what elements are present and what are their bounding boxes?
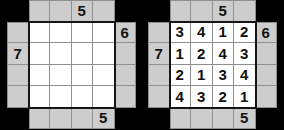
cell-r1-c1[interactable] (29, 22, 51, 44)
corner (256, 108, 278, 130)
cell-r4-c4: 1 (234, 86, 256, 108)
cell-r3-c3: 3 (213, 65, 235, 87)
corner (7, 108, 29, 130)
cell-r4-c3[interactable] (72, 86, 94, 108)
clue-bottom-2 (191, 108, 213, 130)
clue-bottom-1 (170, 108, 192, 130)
cell-r3-c4: 4 (234, 65, 256, 87)
cell-r4-c4[interactable] (93, 86, 115, 108)
clue-right-3 (115, 65, 137, 87)
clue-bottom-3 (213, 108, 235, 130)
cell-r4-c2: 3 (191, 86, 213, 108)
cell-r1-c2: 4 (191, 22, 213, 44)
corner (115, 108, 137, 130)
clue-right-4 (115, 86, 137, 108)
cell-r2-c1[interactable] (29, 43, 51, 65)
cell-r2-c3: 4 (213, 43, 235, 65)
cell-r1-c1: 3 (170, 22, 192, 44)
cell-r2-c3[interactable] (72, 43, 94, 65)
clue-top-2 (50, 0, 72, 22)
cell-r4-c2[interactable] (50, 86, 72, 108)
cell-r1-c3: 1 (213, 22, 235, 44)
cell-r3-c1: 2 (170, 65, 192, 87)
clue-bottom-4: 5 (93, 108, 115, 130)
clue-top-3: 5 (213, 0, 235, 22)
clue-top-4 (93, 0, 115, 22)
clue-left-3 (7, 65, 29, 87)
cell-r2-c4[interactable] (93, 43, 115, 65)
cell-r1-c4[interactable] (93, 22, 115, 44)
clue-left-2: 7 (148, 43, 170, 65)
corner (148, 108, 170, 130)
clue-bottom-4: 5 (234, 108, 256, 130)
cell-r3-c2: 1 (191, 65, 213, 87)
clue-left-2: 7 (7, 43, 29, 65)
clue-left-4 (7, 86, 29, 108)
solution-board: 5 3 4 1 2 6 7 1 2 4 3 2 1 3 4 4 3 2 1 5 (148, 0, 277, 129)
clue-top-4 (234, 0, 256, 22)
cell-r3-c1[interactable] (29, 65, 51, 87)
clue-bottom-1 (29, 108, 51, 130)
cell-r2-c4: 3 (234, 43, 256, 65)
skyscrapers-diagram: 5 6 7 5 (0, 0, 284, 129)
clue-left-3 (148, 65, 170, 87)
cell-r1-c4: 2 (234, 22, 256, 44)
clue-left-1 (148, 22, 170, 44)
clue-bottom-3 (72, 108, 94, 130)
clue-right-1: 6 (115, 22, 137, 44)
clue-top-2 (191, 0, 213, 22)
cell-r4-c3: 2 (213, 86, 235, 108)
corner (115, 0, 137, 22)
corner (7, 0, 29, 22)
cell-r2-c2: 2 (191, 43, 213, 65)
cell-r2-c2[interactable] (50, 43, 72, 65)
cell-r1-c2[interactable] (50, 22, 72, 44)
cell-r3-c2[interactable] (50, 65, 72, 87)
cell-r4-c1[interactable] (29, 86, 51, 108)
clue-bottom-2 (50, 108, 72, 130)
clue-right-2 (115, 43, 137, 65)
clue-right-1: 6 (256, 22, 278, 44)
cell-r3-c3[interactable] (72, 65, 94, 87)
clue-left-1 (7, 22, 29, 44)
cell-r3-c4[interactable] (93, 65, 115, 87)
cell-r4-c1: 4 (170, 86, 192, 108)
clue-left-4 (148, 86, 170, 108)
clue-top-3: 5 (72, 0, 94, 22)
puzzle-board: 5 6 7 5 (7, 0, 136, 129)
clue-right-2 (256, 43, 278, 65)
corner (256, 0, 278, 22)
clue-top-1 (29, 0, 51, 22)
clue-top-1 (170, 0, 192, 22)
cell-r2-c1: 1 (170, 43, 192, 65)
clue-right-3 (256, 65, 278, 87)
corner (148, 0, 170, 22)
clue-right-4 (256, 86, 278, 108)
cell-r1-c3[interactable] (72, 22, 94, 44)
